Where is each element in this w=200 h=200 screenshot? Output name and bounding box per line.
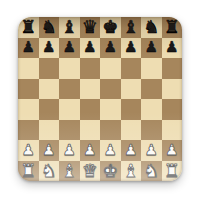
square-a4[interactable] [18,99,39,120]
square-d5[interactable] [80,79,101,100]
square-d1[interactable]: ♛ [80,161,101,182]
square-g4[interactable] [141,99,162,120]
black-pawn-icon[interactable]: ♟ [22,40,35,55]
square-d4[interactable] [80,99,101,120]
black-pawn-icon[interactable]: ♟ [42,40,55,55]
square-b2[interactable]: ♟ [39,140,60,161]
white-pawn-icon[interactable]: ♟ [42,142,55,157]
chess-board: ♜♞♝♛♚♝♞♜♟♟♟♟♟♟♟♟♟♟♟♟♟♟♟♟♜♞♝♛♚♝♞♜ [18,17,182,181]
black-pawn-icon[interactable]: ♟ [124,40,137,55]
white-pawn-icon[interactable]: ♟ [165,142,178,157]
white-pawn-icon[interactable]: ♟ [63,142,76,157]
white-knight-icon[interactable]: ♞ [41,161,57,179]
square-d6[interactable] [80,58,101,79]
black-pawn-icon[interactable]: ♟ [63,40,76,55]
square-g6[interactable] [141,58,162,79]
black-pawn-icon[interactable]: ♟ [165,40,178,55]
square-a7[interactable]: ♟ [18,38,39,59]
black-knight-icon[interactable]: ♞ [143,18,159,36]
square-e2[interactable]: ♟ [100,140,121,161]
square-a5[interactable] [18,79,39,100]
square-a6[interactable] [18,58,39,79]
square-e1[interactable]: ♚ [100,161,121,182]
square-c6[interactable] [59,58,80,79]
square-d7[interactable]: ♟ [80,38,101,59]
white-pawn-icon[interactable]: ♟ [145,142,158,157]
black-bishop-icon[interactable]: ♝ [123,18,139,36]
square-c8[interactable]: ♝ [59,17,80,38]
white-pawn-icon[interactable]: ♟ [83,142,96,157]
square-g5[interactable] [141,79,162,100]
square-g3[interactable] [141,120,162,141]
square-f7[interactable]: ♟ [121,38,142,59]
square-b8[interactable]: ♞ [39,17,60,38]
black-bishop-icon[interactable]: ♝ [61,18,77,36]
square-g1[interactable]: ♞ [141,161,162,182]
black-pawn-icon[interactable]: ♟ [104,40,117,55]
square-f8[interactable]: ♝ [121,17,142,38]
square-g2[interactable]: ♟ [141,140,162,161]
square-c4[interactable] [59,99,80,120]
square-c5[interactable] [59,79,80,100]
square-h4[interactable] [162,99,183,120]
square-f6[interactable] [121,58,142,79]
white-king-icon[interactable]: ♚ [102,161,118,179]
square-b5[interactable] [39,79,60,100]
square-h6[interactable] [162,58,183,79]
black-rook-icon[interactable]: ♜ [164,18,180,36]
white-pawn-icon[interactable]: ♟ [124,142,137,157]
square-b7[interactable]: ♟ [39,38,60,59]
square-e4[interactable] [100,99,121,120]
square-c2[interactable]: ♟ [59,140,80,161]
square-d2[interactable]: ♟ [80,140,101,161]
white-knight-icon[interactable]: ♞ [143,161,159,179]
white-rook-icon[interactable]: ♜ [164,161,180,179]
square-d8[interactable]: ♛ [80,17,101,38]
square-f5[interactable] [121,79,142,100]
black-pawn-icon[interactable]: ♟ [83,40,96,55]
square-a8[interactable]: ♜ [18,17,39,38]
square-h2[interactable]: ♟ [162,140,183,161]
square-b1[interactable]: ♞ [39,161,60,182]
square-e6[interactable] [100,58,121,79]
white-bishop-icon[interactable]: ♝ [61,161,77,179]
white-queen-icon[interactable]: ♛ [82,161,98,179]
white-pawn-icon[interactable]: ♟ [22,142,35,157]
square-h3[interactable] [162,120,183,141]
square-b4[interactable] [39,99,60,120]
square-g8[interactable]: ♞ [141,17,162,38]
square-a3[interactable] [18,120,39,141]
black-pawn-icon[interactable]: ♟ [145,40,158,55]
black-knight-icon[interactable]: ♞ [41,18,57,36]
square-h8[interactable]: ♜ [162,17,183,38]
square-e7[interactable]: ♟ [100,38,121,59]
white-pawn-icon[interactable]: ♟ [104,142,117,157]
square-h5[interactable] [162,79,183,100]
square-c3[interactable] [59,120,80,141]
square-f4[interactable] [121,99,142,120]
square-b3[interactable] [39,120,60,141]
square-b6[interactable] [39,58,60,79]
white-bishop-icon[interactable]: ♝ [123,161,139,179]
square-f2[interactable]: ♟ [121,140,142,161]
square-h1[interactable]: ♜ [162,161,183,182]
square-e3[interactable] [100,120,121,141]
square-f1[interactable]: ♝ [121,161,142,182]
square-f3[interactable] [121,120,142,141]
square-e5[interactable] [100,79,121,100]
square-c1[interactable]: ♝ [59,161,80,182]
square-g7[interactable]: ♟ [141,38,162,59]
square-h7[interactable]: ♟ [162,38,183,59]
square-c7[interactable]: ♟ [59,38,80,59]
square-d3[interactable] [80,120,101,141]
square-a2[interactable]: ♟ [18,140,39,161]
black-king-icon[interactable]: ♚ [102,18,118,36]
app-background: ♜♞♝♛♚♝♞♜♟♟♟♟♟♟♟♟♟♟♟♟♟♟♟♟♜♞♝♛♚♝♞♜ [0,0,200,200]
black-rook-icon[interactable]: ♜ [20,18,36,36]
board-grid: ♜♞♝♛♚♝♞♜♟♟♟♟♟♟♟♟♟♟♟♟♟♟♟♟♜♞♝♛♚♝♞♜ [18,17,182,181]
square-a1[interactable]: ♜ [18,161,39,182]
black-queen-icon[interactable]: ♛ [82,18,98,36]
white-rook-icon[interactable]: ♜ [20,161,36,179]
square-e8[interactable]: ♚ [100,17,121,38]
